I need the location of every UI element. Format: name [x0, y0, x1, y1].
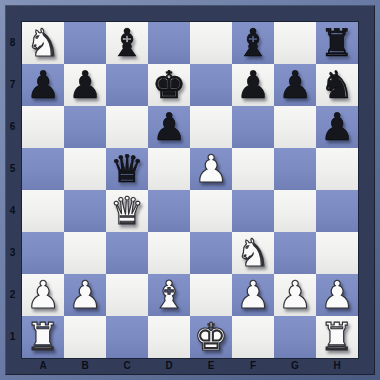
- file-label-c: C: [106, 358, 148, 375]
- square-b3[interactable]: [64, 232, 106, 274]
- square-h6[interactable]: ♟: [316, 106, 358, 148]
- rank-label-4: 4: [5, 190, 20, 232]
- piece-black-queen[interactable]: ♛: [110, 150, 144, 188]
- piece-black-pawn[interactable]: ♟: [68, 66, 102, 104]
- piece-white-king[interactable]: ♚: [194, 318, 228, 356]
- square-g4[interactable]: [274, 190, 316, 232]
- square-c1[interactable]: [106, 316, 148, 358]
- square-g1[interactable]: [274, 316, 316, 358]
- rank-label-1: 1: [5, 316, 20, 358]
- square-h7[interactable]: ♞: [316, 64, 358, 106]
- file-label-g: G: [274, 358, 316, 375]
- square-d5[interactable]: [148, 148, 190, 190]
- square-f2[interactable]: ♟: [232, 274, 274, 316]
- square-d6[interactable]: ♟: [148, 106, 190, 148]
- chess-diagram: 87654321 ♞♝♝♜♟♟♚♟♟♞♟♟♛♟♛♞♟♟♝♟♟♟♜♚♜ ABCDE…: [0, 0, 380, 380]
- piece-white-knight[interactable]: ♞: [26, 24, 60, 62]
- square-e4[interactable]: [190, 190, 232, 232]
- square-b8[interactable]: [64, 22, 106, 64]
- rank-label-3: 3: [5, 232, 20, 274]
- chess-board: ♞♝♝♜♟♟♚♟♟♞♟♟♛♟♛♞♟♟♝♟♟♟♜♚♜: [22, 22, 358, 358]
- file-label-h: H: [316, 358, 358, 375]
- square-g8[interactable]: [274, 22, 316, 64]
- square-g6[interactable]: [274, 106, 316, 148]
- square-f3[interactable]: ♞: [232, 232, 274, 274]
- square-d7[interactable]: ♚: [148, 64, 190, 106]
- piece-white-pawn[interactable]: ♟: [278, 276, 312, 314]
- piece-black-bishop[interactable]: ♝: [236, 24, 270, 62]
- square-e5[interactable]: ♟: [190, 148, 232, 190]
- piece-black-knight[interactable]: ♞: [320, 66, 354, 104]
- square-h3[interactable]: [316, 232, 358, 274]
- square-e7[interactable]: [190, 64, 232, 106]
- square-c8[interactable]: ♝: [106, 22, 148, 64]
- square-b1[interactable]: [64, 316, 106, 358]
- square-e3[interactable]: [190, 232, 232, 274]
- square-a4[interactable]: [22, 190, 64, 232]
- square-a3[interactable]: [22, 232, 64, 274]
- square-c4[interactable]: ♛: [106, 190, 148, 232]
- piece-black-pawn[interactable]: ♟: [26, 66, 60, 104]
- square-h4[interactable]: [316, 190, 358, 232]
- piece-white-pawn[interactable]: ♟: [194, 150, 228, 188]
- square-h1[interactable]: ♜: [316, 316, 358, 358]
- square-h8[interactable]: ♜: [316, 22, 358, 64]
- square-d4[interactable]: [148, 190, 190, 232]
- square-f4[interactable]: [232, 190, 274, 232]
- square-d1[interactable]: [148, 316, 190, 358]
- piece-white-queen[interactable]: ♛: [110, 192, 144, 230]
- piece-white-bishop[interactable]: ♝: [152, 276, 186, 314]
- rank-label-8: 8: [5, 22, 20, 64]
- piece-black-bishop[interactable]: ♝: [110, 24, 144, 62]
- file-label-b: B: [64, 358, 106, 375]
- square-c2[interactable]: [106, 274, 148, 316]
- rank-labels: 87654321: [5, 22, 20, 358]
- square-e8[interactable]: [190, 22, 232, 64]
- square-f1[interactable]: [232, 316, 274, 358]
- square-b5[interactable]: [64, 148, 106, 190]
- rank-label-6: 6: [5, 106, 20, 148]
- piece-white-rook[interactable]: ♜: [320, 318, 354, 356]
- square-a6[interactable]: [22, 106, 64, 148]
- square-b4[interactable]: [64, 190, 106, 232]
- square-b6[interactable]: [64, 106, 106, 148]
- square-a5[interactable]: [22, 148, 64, 190]
- piece-white-pawn[interactable]: ♟: [68, 276, 102, 314]
- rank-label-2: 2: [5, 274, 20, 316]
- square-a1[interactable]: ♜: [22, 316, 64, 358]
- square-e2[interactable]: [190, 274, 232, 316]
- piece-black-pawn[interactable]: ♟: [278, 66, 312, 104]
- square-d3[interactable]: [148, 232, 190, 274]
- square-g3[interactable]: [274, 232, 316, 274]
- square-a8[interactable]: ♞: [22, 22, 64, 64]
- file-label-f: F: [232, 358, 274, 375]
- square-g2[interactable]: ♟: [274, 274, 316, 316]
- square-c3[interactable]: [106, 232, 148, 274]
- square-c7[interactable]: [106, 64, 148, 106]
- file-labels: ABCDEFGH: [22, 358, 358, 375]
- square-g7[interactable]: ♟: [274, 64, 316, 106]
- square-b7[interactable]: ♟: [64, 64, 106, 106]
- square-c5[interactable]: ♛: [106, 148, 148, 190]
- file-label-a: A: [22, 358, 64, 375]
- piece-black-rook[interactable]: ♜: [320, 24, 354, 62]
- square-g5[interactable]: [274, 148, 316, 190]
- square-e1[interactable]: ♚: [190, 316, 232, 358]
- file-label-d: D: [148, 358, 190, 375]
- piece-white-pawn[interactable]: ♟: [26, 276, 60, 314]
- piece-black-king[interactable]: ♚: [152, 66, 186, 104]
- piece-white-rook[interactable]: ♜: [26, 318, 60, 356]
- file-label-e: E: [190, 358, 232, 375]
- square-f5[interactable]: [232, 148, 274, 190]
- square-c6[interactable]: [106, 106, 148, 148]
- square-h2[interactable]: ♟: [316, 274, 358, 316]
- piece-white-knight[interactable]: ♞: [236, 234, 270, 272]
- piece-black-pawn[interactable]: ♟: [236, 66, 270, 104]
- piece-white-pawn[interactable]: ♟: [320, 276, 354, 314]
- square-e6[interactable]: [190, 106, 232, 148]
- square-f6[interactable]: [232, 106, 274, 148]
- piece-black-pawn[interactable]: ♟: [320, 108, 354, 146]
- square-h5[interactable]: [316, 148, 358, 190]
- square-f7[interactable]: ♟: [232, 64, 274, 106]
- square-f8[interactable]: ♝: [232, 22, 274, 64]
- rank-label-5: 5: [5, 148, 20, 190]
- piece-black-pawn[interactable]: ♟: [152, 108, 186, 146]
- square-d8[interactable]: [148, 22, 190, 64]
- piece-white-pawn[interactable]: ♟: [236, 276, 270, 314]
- square-a2[interactable]: ♟: [22, 274, 64, 316]
- square-a7[interactable]: ♟: [22, 64, 64, 106]
- rank-label-7: 7: [5, 64, 20, 106]
- square-d2[interactable]: ♝: [148, 274, 190, 316]
- square-b2[interactable]: ♟: [64, 274, 106, 316]
